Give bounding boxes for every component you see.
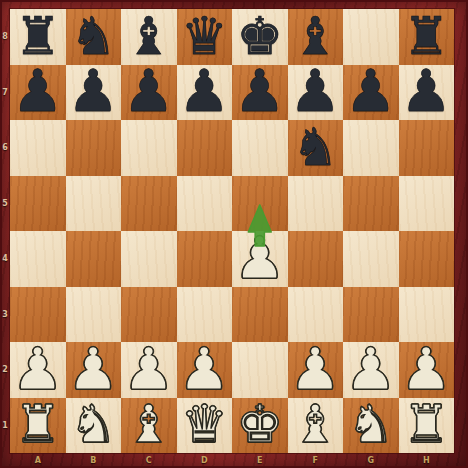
square-f1[interactable]: ♝ [288,398,344,454]
white-pawn[interactable]: ♟ [123,342,175,398]
black-knight[interactable]: ♞ [70,10,117,62]
black-pawn[interactable]: ♟ [234,65,286,121]
rank-label-2: 2 [0,342,10,398]
black-rook[interactable]: ♜ [14,10,61,62]
square-c3[interactable] [121,287,177,343]
square-b3[interactable] [66,287,122,343]
file-label-b: B [66,453,122,467]
square-f3[interactable] [288,287,344,343]
square-c5[interactable] [121,176,177,232]
square-h3[interactable] [399,287,455,343]
square-h2[interactable]: ♟ [399,342,455,398]
square-c4[interactable] [121,231,177,287]
rank-label-1: 1 [0,398,10,454]
white-pawn[interactable]: ♟ [67,342,119,398]
file-label-g: G [343,453,399,467]
black-pawn[interactable]: ♟ [400,65,452,121]
white-pawn[interactable]: ♟ [178,342,230,398]
square-a8[interactable]: ♜ [10,9,66,65]
square-g7[interactable]: ♟ [343,65,399,121]
file-labels: ABCDEFGH [10,453,454,467]
file-label-d: D [177,453,233,467]
black-pawn[interactable]: ♟ [12,65,64,121]
white-bishop[interactable]: ♝ [292,398,339,450]
white-rook[interactable]: ♜ [14,398,61,450]
white-pawn[interactable]: ♟ [400,342,452,398]
chess-board-frame: 87654321 ♜♞♝♛♚♝♜♟♟♟♟♟♟♟♟♞♟♟♟♟♟♟♟♟♜♞♝♛♚♝♞… [0,0,468,468]
square-c8[interactable]: ♝ [121,9,177,65]
black-pawn[interactable]: ♟ [345,65,397,121]
square-e5[interactable] [232,176,288,232]
black-king[interactable]: ♚ [236,10,283,62]
square-f8[interactable]: ♝ [288,9,344,65]
square-d8[interactable]: ♛ [177,9,233,65]
square-e2[interactable] [232,342,288,398]
square-d7[interactable]: ♟ [177,65,233,121]
rank-label-7: 7 [0,65,10,121]
square-h7[interactable]: ♟ [399,65,455,121]
square-b5[interactable] [66,176,122,232]
white-pawn[interactable]: ♟ [234,231,286,287]
white-queen[interactable]: ♛ [181,398,228,450]
square-b6[interactable] [66,120,122,176]
black-pawn[interactable]: ♟ [67,65,119,121]
square-b1[interactable]: ♞ [66,398,122,454]
square-d3[interactable] [177,287,233,343]
square-c7[interactable]: ♟ [121,65,177,121]
square-e7[interactable]: ♟ [232,65,288,121]
square-g8[interactable] [343,9,399,65]
square-a4[interactable] [10,231,66,287]
square-a3[interactable] [10,287,66,343]
square-f2[interactable]: ♟ [288,342,344,398]
file-label-e: E [232,453,288,467]
square-h6[interactable] [399,120,455,176]
square-g1[interactable]: ♞ [343,398,399,454]
square-f7[interactable]: ♟ [288,65,344,121]
file-label-f: F [288,453,344,467]
black-pawn[interactable]: ♟ [178,65,230,121]
rank-label-4: 4 [0,231,10,287]
square-g5[interactable] [343,176,399,232]
square-h1[interactable]: ♜ [399,398,455,454]
square-b4[interactable] [66,231,122,287]
square-a7[interactable]: ♟ [10,65,66,121]
square-g2[interactable]: ♟ [343,342,399,398]
square-h8[interactable]: ♜ [399,9,455,65]
black-pawn[interactable]: ♟ [123,65,175,121]
square-a2[interactable]: ♟ [10,342,66,398]
white-bishop[interactable]: ♝ [125,398,172,450]
square-b2[interactable]: ♟ [66,342,122,398]
rank-labels: 87654321 [0,9,10,453]
black-bishop[interactable]: ♝ [125,10,172,62]
square-e4[interactable]: ♟ [232,231,288,287]
square-d6[interactable] [177,120,233,176]
file-label-a: A [10,453,66,467]
square-c1[interactable]: ♝ [121,398,177,454]
square-f6[interactable]: ♞ [288,120,344,176]
black-rook[interactable]: ♜ [403,10,450,62]
square-d2[interactable]: ♟ [177,342,233,398]
square-b7[interactable]: ♟ [66,65,122,121]
file-label-h: H [399,453,455,467]
square-e8[interactable]: ♚ [232,9,288,65]
square-c6[interactable] [121,120,177,176]
square-d5[interactable] [177,176,233,232]
square-a6[interactable] [10,120,66,176]
white-rook[interactable]: ♜ [403,398,450,450]
chess-board[interactable]: ♜♞♝♛♚♝♜♟♟♟♟♟♟♟♟♞♟♟♟♟♟♟♟♟♜♞♝♛♚♝♞♜ [10,9,454,453]
white-pawn[interactable]: ♟ [345,342,397,398]
square-f4[interactable] [288,231,344,287]
white-pawn[interactable]: ♟ [289,342,341,398]
black-bishop[interactable]: ♝ [292,10,339,62]
square-a5[interactable] [10,176,66,232]
white-pawn[interactable]: ♟ [12,342,64,398]
rank-label-6: 6 [0,120,10,176]
square-h5[interactable] [399,176,455,232]
square-g4[interactable] [343,231,399,287]
square-g3[interactable] [343,287,399,343]
white-knight[interactable]: ♞ [347,398,394,450]
square-d1[interactable]: ♛ [177,398,233,454]
square-f5[interactable] [288,176,344,232]
file-label-c: C [121,453,177,467]
square-b8[interactable]: ♞ [66,9,122,65]
rank-label-5: 5 [0,176,10,232]
square-c2[interactable]: ♟ [121,342,177,398]
square-e1[interactable]: ♚ [232,398,288,454]
square-e3[interactable] [232,287,288,343]
black-knight[interactable]: ♞ [292,121,339,173]
black-queen[interactable]: ♛ [181,10,228,62]
square-d4[interactable] [177,231,233,287]
square-a1[interactable]: ♜ [10,398,66,454]
black-pawn[interactable]: ♟ [289,65,341,121]
rank-label-3: 3 [0,287,10,343]
white-king[interactable]: ♚ [236,398,283,450]
square-h4[interactable] [399,231,455,287]
rank-label-8: 8 [0,9,10,65]
square-e6[interactable] [232,120,288,176]
square-g6[interactable] [343,120,399,176]
white-knight[interactable]: ♞ [70,398,117,450]
